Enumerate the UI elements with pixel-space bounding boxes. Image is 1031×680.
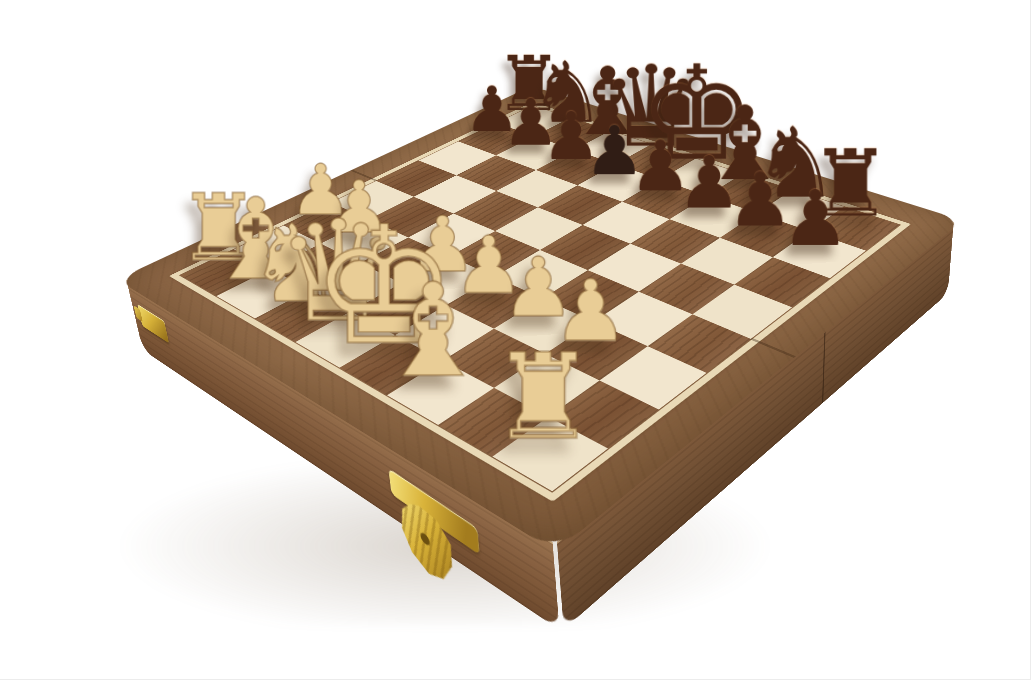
product-photo-canvas: ♜♞♝♛♚♝♞♜♟♟♟♟♟♟♟♟♜♝♞♛♚♝♜♟♟♟♟♟♟: [0, 0, 1031, 680]
box-fold-seam-side: [822, 326, 826, 403]
pawn-glyph: ♟: [691, 179, 940, 256]
rook-glyph: ♜: [389, 338, 698, 457]
scene: ♜♞♝♛♚♝♞♜♟♟♟♟♟♟♟♟♜♝♞♛♚♝♜♟♟♟♟♟♟: [0, 0, 1030, 679]
